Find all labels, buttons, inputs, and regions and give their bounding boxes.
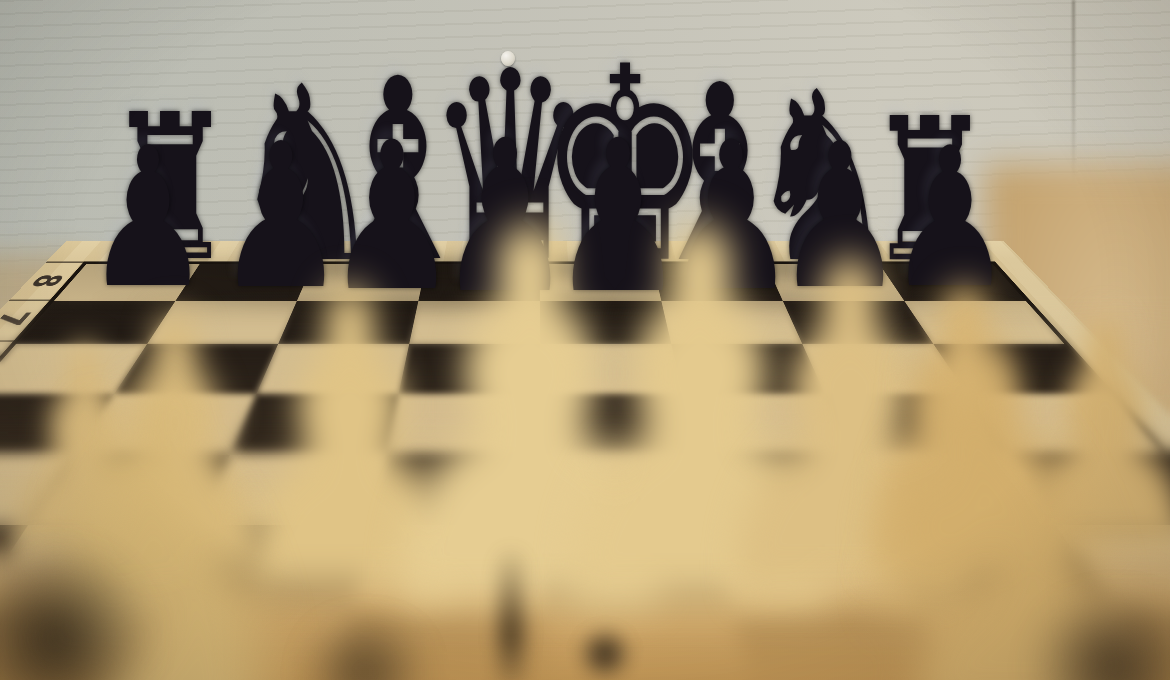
- queen-white-ball-finial: [501, 51, 515, 66]
- chess-photo-scene: 8 7 6 ♜ ♞ ♝ ♛ ♚ ♝ ♞ ♜ ♟ ♟ ♟ ♟ ♟ ♟ ♟ ♟ ♟ …: [0, 0, 1170, 680]
- defocus-stick-shadow: [498, 545, 524, 680]
- defocus-dark-pebble: [575, 628, 635, 680]
